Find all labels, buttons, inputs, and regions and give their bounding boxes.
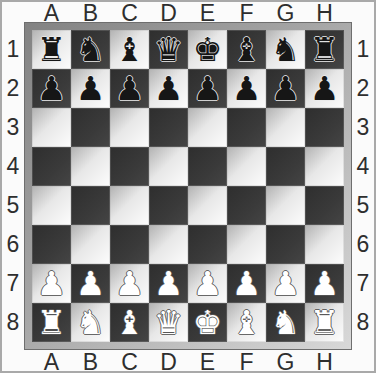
square-c4[interactable]: [110, 147, 149, 186]
white-queen[interactable]: ♛: [154, 303, 184, 342]
square-b8[interactable]: ♞: [71, 303, 110, 342]
rank-label-2: 2: [357, 77, 370, 100]
square-c3[interactable]: [110, 108, 149, 147]
square-a8[interactable]: ♜: [32, 303, 71, 342]
white-pawn[interactable]: ♟: [115, 264, 145, 303]
square-g6[interactable]: [266, 225, 305, 264]
black-bishop[interactable]: ♝: [115, 30, 145, 69]
rank-label-5: 5: [7, 194, 20, 217]
board-frame: ♜♞♝♛♚♝♞♜♟♟♟♟♟♟♟♟♟♟♟♟♟♟♟♟♜♞♝♛♚♝♞♜: [24, 22, 352, 350]
black-knight[interactable]: ♞: [76, 30, 106, 69]
square-f3[interactable]: [227, 108, 266, 147]
square-h3[interactable]: [305, 108, 344, 147]
white-pawn[interactable]: ♟: [310, 264, 340, 303]
black-pawn[interactable]: ♟: [232, 69, 262, 108]
rank-label-6: 6: [7, 233, 20, 256]
white-pawn[interactable]: ♟: [232, 264, 262, 303]
rank-label-6: 6: [357, 233, 370, 256]
black-bishop[interactable]: ♝: [232, 30, 262, 69]
white-pawn[interactable]: ♟: [154, 264, 184, 303]
square-e1[interactable]: ♚: [188, 30, 227, 69]
file-label-C: C: [121, 351, 138, 373]
square-g7[interactable]: ♟: [266, 264, 305, 303]
square-e8[interactable]: ♚: [188, 303, 227, 342]
white-knight[interactable]: ♞: [271, 303, 301, 342]
square-f2[interactable]: ♟: [227, 69, 266, 108]
square-c7[interactable]: ♟: [110, 264, 149, 303]
square-h4[interactable]: [305, 147, 344, 186]
file-labels-top: ABCDEFGH: [24, 2, 352, 22]
rank-label-3: 3: [7, 116, 20, 139]
black-pawn[interactable]: ♟: [115, 69, 145, 108]
chess-diagram: ABCDEFGH 12345678 ♜♞♝♛♚♝♞♜♟♟♟♟♟♟♟♟♟♟♟♟♟♟…: [0, 0, 376, 373]
square-b5[interactable]: [71, 186, 110, 225]
black-pawn[interactable]: ♟: [37, 69, 67, 108]
square-e7[interactable]: ♟: [188, 264, 227, 303]
rank-labels-left: 12345678: [2, 22, 24, 351]
black-pawn[interactable]: ♟: [271, 69, 301, 108]
square-d6[interactable]: [149, 225, 188, 264]
square-a5[interactable]: [32, 186, 71, 225]
file-label-F: F: [239, 351, 253, 373]
square-f8[interactable]: ♝: [227, 303, 266, 342]
white-king[interactable]: ♚: [193, 303, 223, 342]
black-pawn[interactable]: ♟: [193, 69, 223, 108]
black-king[interactable]: ♚: [193, 30, 223, 69]
square-d5[interactable]: [149, 186, 188, 225]
black-knight[interactable]: ♞: [271, 30, 301, 69]
file-label-A: A: [44, 351, 59, 373]
square-f7[interactable]: ♟: [227, 264, 266, 303]
square-h5[interactable]: [305, 186, 344, 225]
square-c2[interactable]: ♟: [110, 69, 149, 108]
white-rook[interactable]: ♜: [37, 303, 67, 342]
rank-label-4: 4: [7, 155, 20, 178]
square-d7[interactable]: ♟: [149, 264, 188, 303]
black-rook[interactable]: ♜: [37, 30, 67, 69]
rank-label-8: 8: [357, 311, 370, 334]
white-knight[interactable]: ♞: [76, 303, 106, 342]
square-h1[interactable]: ♜: [305, 30, 344, 69]
square-b1[interactable]: ♞: [71, 30, 110, 69]
square-b6[interactable]: [71, 225, 110, 264]
square-c6[interactable]: [110, 225, 149, 264]
square-h2[interactable]: ♟: [305, 69, 344, 108]
file-label-B: B: [83, 351, 98, 373]
file-label-E: E: [200, 351, 215, 373]
square-f4[interactable]: [227, 147, 266, 186]
square-f1[interactable]: ♝: [227, 30, 266, 69]
file-label-G: G: [277, 351, 295, 373]
square-b2[interactable]: ♟: [71, 69, 110, 108]
black-pawn[interactable]: ♟: [310, 69, 340, 108]
square-e6[interactable]: [188, 225, 227, 264]
rank-label-3: 3: [357, 116, 370, 139]
square-d8[interactable]: ♛: [149, 303, 188, 342]
square-g8[interactable]: ♞: [266, 303, 305, 342]
square-h6[interactable]: [305, 225, 344, 264]
white-rook[interactable]: ♜: [310, 303, 340, 342]
white-bishop[interactable]: ♝: [115, 303, 145, 342]
square-g1[interactable]: ♞: [266, 30, 305, 69]
square-a2[interactable]: ♟: [32, 69, 71, 108]
square-a6[interactable]: [32, 225, 71, 264]
square-a1[interactable]: ♜: [32, 30, 71, 69]
white-pawn[interactable]: ♟: [76, 264, 106, 303]
square-g5[interactable]: [266, 186, 305, 225]
square-d2[interactable]: ♟: [149, 69, 188, 108]
black-queen[interactable]: ♛: [154, 30, 184, 69]
square-e2[interactable]: ♟: [188, 69, 227, 108]
rank-label-8: 8: [7, 311, 20, 334]
square-a3[interactable]: [32, 108, 71, 147]
rank-label-5: 5: [357, 194, 370, 217]
square-d3[interactable]: [149, 108, 188, 147]
square-g3[interactable]: [266, 108, 305, 147]
white-bishop[interactable]: ♝: [232, 303, 262, 342]
black-rook[interactable]: ♜: [310, 30, 340, 69]
black-pawn[interactable]: ♟: [76, 69, 106, 108]
square-h7[interactable]: ♟: [305, 264, 344, 303]
square-c5[interactable]: [110, 186, 149, 225]
square-h8[interactable]: ♜: [305, 303, 344, 342]
rank-label-4: 4: [357, 155, 370, 178]
square-b3[interactable]: [71, 108, 110, 147]
rank-labels-right: 12345678: [352, 22, 374, 351]
square-e5[interactable]: [188, 186, 227, 225]
square-b7[interactable]: ♟: [71, 264, 110, 303]
file-labels-bottom: ABCDEFGH: [24, 351, 352, 371]
white-pawn[interactable]: ♟: [193, 264, 223, 303]
white-pawn[interactable]: ♟: [271, 264, 301, 303]
square-g2[interactable]: ♟: [266, 69, 305, 108]
rank-label-1: 1: [7, 38, 20, 61]
square-d1[interactable]: ♛: [149, 30, 188, 69]
chess-board: ♜♞♝♛♚♝♞♜♟♟♟♟♟♟♟♟♟♟♟♟♟♟♟♟♜♞♝♛♚♝♞♜: [32, 30, 344, 342]
square-b4[interactable]: [71, 147, 110, 186]
rank-label-1: 1: [357, 38, 370, 61]
square-f5[interactable]: [227, 186, 266, 225]
square-c8[interactable]: ♝: [110, 303, 149, 342]
square-g4[interactable]: [266, 147, 305, 186]
rank-label-7: 7: [357, 272, 370, 295]
square-e4[interactable]: [188, 147, 227, 186]
square-c1[interactable]: ♝: [110, 30, 149, 69]
white-pawn[interactable]: ♟: [37, 264, 67, 303]
square-f6[interactable]: [227, 225, 266, 264]
file-label-D: D: [160, 351, 177, 373]
square-d4[interactable]: [149, 147, 188, 186]
file-label-H: H: [316, 351, 333, 373]
black-pawn[interactable]: ♟: [154, 69, 184, 108]
rank-label-7: 7: [7, 272, 20, 295]
square-a4[interactable]: [32, 147, 71, 186]
square-e3[interactable]: [188, 108, 227, 147]
rank-label-2: 2: [7, 77, 20, 100]
square-a7[interactable]: ♟: [32, 264, 71, 303]
